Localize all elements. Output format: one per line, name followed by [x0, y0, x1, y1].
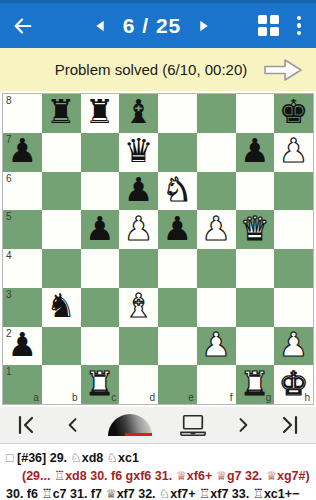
piece-black-pawn: ♟	[163, 212, 193, 245]
piece-black-pawn: ♟	[85, 212, 115, 245]
rank-label-6: 6	[6, 174, 12, 184]
square-c6[interactable]	[81, 172, 120, 211]
square-e4[interactable]	[158, 249, 197, 288]
square-d5[interactable]: ♟	[119, 210, 158, 249]
square-g3[interactable]	[236, 288, 275, 327]
square-f3[interactable]	[197, 288, 236, 327]
square-d7[interactable]: ♛	[119, 133, 158, 172]
notation-checkbox[interactable]: □	[6, 451, 14, 465]
engine-button[interactable]	[178, 412, 208, 438]
square-c2[interactable]	[81, 327, 120, 366]
go-to-end-icon	[278, 413, 302, 437]
move-notation-panel: □ [#36] 29. ♘xd8 ♘xc1 (29... ♖xd8 30. f6…	[0, 443, 316, 500]
arrow-back-icon	[12, 15, 34, 37]
evaluation-gauge-icon[interactable]	[108, 414, 152, 436]
square-d6[interactable]: ♟	[119, 172, 158, 211]
square-g8[interactable]	[236, 94, 275, 133]
evaluation-gauge-red-bar	[125, 433, 152, 437]
piece-black-pawn: ♟	[124, 173, 154, 206]
square-a8[interactable]: 8	[3, 94, 42, 133]
status-banner: Problem solved (6/10, 00:20)	[0, 48, 316, 91]
piece-white-pawn: ♟	[201, 328, 231, 361]
piece-white-queen: ♛	[240, 212, 270, 245]
prev-problem-button[interactable]	[93, 18, 109, 34]
square-h3[interactable]	[274, 288, 313, 327]
piece-white-pawn: ♟	[124, 212, 154, 245]
square-b8[interactable]: ♜	[42, 94, 81, 133]
square-g7[interactable]: ♟	[236, 133, 275, 172]
file-label-a: a	[33, 393, 39, 403]
square-a1[interactable]: 1a	[3, 365, 42, 404]
back-button[interactable]	[0, 15, 46, 37]
square-e6[interactable]: ♞	[158, 172, 197, 211]
square-h1[interactable]: h♚	[274, 365, 313, 404]
square-e5[interactable]: ♟	[158, 210, 197, 249]
notation-main-line-end[interactable]: 30. f6 ♖c7 31. f7 ♕xf7 32. ♘xf7+ ♖xf7 33…	[6, 485, 310, 500]
square-g1[interactable]: g♜	[236, 365, 275, 404]
square-g4[interactable]	[236, 249, 275, 288]
square-h6[interactable]	[274, 172, 313, 211]
square-d8[interactable]: ♝	[119, 94, 158, 133]
square-f8[interactable]	[197, 94, 236, 133]
next-problem-arrow-button[interactable]	[262, 57, 304, 83]
square-b5[interactable]	[42, 210, 81, 249]
header-actions	[258, 14, 316, 38]
piece-white-pawn: ♟	[279, 328, 309, 361]
rank-label-4: 4	[6, 251, 12, 261]
rank-label-8: 8	[6, 96, 12, 106]
square-a6[interactable]: 6	[3, 172, 42, 211]
status-text: Problem solved (6/10, 00:20)	[40, 61, 262, 78]
square-c1[interactable]: c♜	[81, 365, 120, 404]
file-label-b: b	[72, 393, 78, 403]
square-f4[interactable]	[197, 249, 236, 288]
square-a2[interactable]: 2♟	[3, 327, 42, 366]
square-b2[interactable]	[42, 327, 81, 366]
goto-next-arrow-icon	[262, 57, 304, 83]
triangle-left-icon	[93, 18, 109, 34]
square-b6[interactable]	[42, 172, 81, 211]
chessboard: 8♜♜♝♚7♟♛♟♟6♟♞5♟♟♟♟♛43♞♝2♟♟♟1abc♜defg♜h♚	[3, 94, 313, 404]
piece-black-pawn: ♟	[240, 134, 270, 167]
step-forward-icon	[233, 415, 253, 435]
square-b4[interactable]	[42, 249, 81, 288]
app-header: 6 / 25	[0, 0, 316, 48]
rank-label-5: 5	[6, 212, 12, 222]
file-label-e: e	[188, 393, 194, 403]
notation-main-line-start[interactable]: □ [#36] 29. ♘xd8 ♘xc1	[6, 449, 310, 467]
piece-black-pawn: ♟	[8, 328, 38, 361]
square-h2[interactable]: ♟	[274, 327, 313, 366]
square-e1[interactable]: e	[158, 365, 197, 404]
piece-black-bishop: ♝	[124, 95, 154, 128]
piece-black-king: ♚	[279, 95, 309, 128]
file-label-h: h	[304, 393, 310, 403]
square-a4[interactable]: 4	[3, 249, 42, 288]
rank-label-1: 1	[6, 367, 12, 377]
piece-white-pawn: ♟	[201, 212, 231, 245]
chessboard-frame: 8♜♜♝♚7♟♛♟♟6♟♞5♟♟♟♟♛43♞♝2♟♟♟1abc♜defg♜h♚	[2, 93, 314, 405]
piece-white-pawn: ♟	[279, 134, 309, 167]
square-c7[interactable]	[81, 133, 120, 172]
overflow-menu-button[interactable]	[290, 14, 308, 38]
square-c4[interactable]	[81, 249, 120, 288]
square-f2[interactable]: ♟	[197, 327, 236, 366]
square-a5[interactable]: 5	[3, 210, 42, 249]
step-back-icon	[63, 415, 83, 435]
square-g2[interactable]	[236, 327, 275, 366]
piece-white-rook: ♜	[85, 367, 115, 400]
go-to-start-icon	[14, 413, 38, 437]
file-label-d: d	[149, 393, 155, 403]
square-h7[interactable]: ♟	[274, 133, 313, 172]
square-d3[interactable]: ♝	[119, 288, 158, 327]
file-label-g: g	[266, 393, 272, 403]
problem-counter: 6 / 25	[123, 14, 182, 38]
piece-white-knight: ♞	[163, 173, 193, 206]
move-navigation-bar	[0, 407, 316, 443]
go-to-end-button[interactable]	[278, 413, 302, 437]
go-to-start-button[interactable]	[14, 413, 38, 437]
piece-black-queen: ♛	[124, 134, 154, 167]
square-d4[interactable]	[119, 249, 158, 288]
triangle-right-icon	[195, 18, 211, 34]
square-h4[interactable]	[274, 249, 313, 288]
square-f1[interactable]: f	[197, 365, 236, 404]
step-forward-button[interactable]	[233, 415, 253, 435]
square-f6[interactable]	[197, 172, 236, 211]
rank-label-3: 3	[6, 290, 12, 300]
square-b1[interactable]: b	[42, 365, 81, 404]
file-label-f: f	[230, 393, 233, 403]
problem-counter-group: 6 / 25	[46, 14, 258, 38]
square-c8[interactable]: ♜	[81, 94, 120, 133]
square-h5[interactable]	[274, 210, 313, 249]
square-h8[interactable]: ♚	[274, 94, 313, 133]
square-g6[interactable]	[236, 172, 275, 211]
square-e3[interactable]	[158, 288, 197, 327]
next-problem-button[interactable]	[195, 18, 211, 34]
piece-black-rook: ♜	[85, 95, 115, 128]
rank-label-7: 7	[6, 135, 12, 145]
square-e7[interactable]	[158, 133, 197, 172]
piece-black-knight: ♞	[46, 289, 76, 322]
piece-black-rook: ♜	[46, 95, 76, 128]
square-f7[interactable]	[197, 133, 236, 172]
square-c5[interactable]: ♟	[81, 210, 120, 249]
square-c3[interactable]	[81, 288, 120, 327]
step-back-button[interactable]	[63, 415, 83, 435]
square-g5[interactable]: ♛	[236, 210, 275, 249]
square-a3[interactable]: 3	[3, 288, 42, 327]
square-e8[interactable]	[158, 94, 197, 133]
piece-black-pawn: ♟	[8, 134, 38, 167]
engine-laptop-icon	[178, 412, 208, 438]
square-a7[interactable]: 7♟	[3, 133, 42, 172]
square-e2[interactable]	[158, 327, 197, 366]
problem-list-button[interactable]	[258, 15, 280, 37]
square-d2[interactable]	[119, 327, 158, 366]
rank-label-2: 2	[6, 329, 12, 339]
square-b3[interactable]: ♞	[42, 288, 81, 327]
notation-line1-text: [#36] 29. ♘xd8 ♘xc1	[17, 451, 139, 465]
notation-variation-line[interactable]: (29... ♖xd8 30. f6 gxf6 31. ♕xf6+ ♕g7 32…	[6, 467, 310, 485]
square-d1[interactable]: d	[119, 365, 158, 404]
square-f5[interactable]: ♟	[197, 210, 236, 249]
file-label-c: c	[111, 393, 116, 403]
piece-white-bishop: ♝	[124, 289, 154, 322]
square-b7[interactable]	[42, 133, 81, 172]
